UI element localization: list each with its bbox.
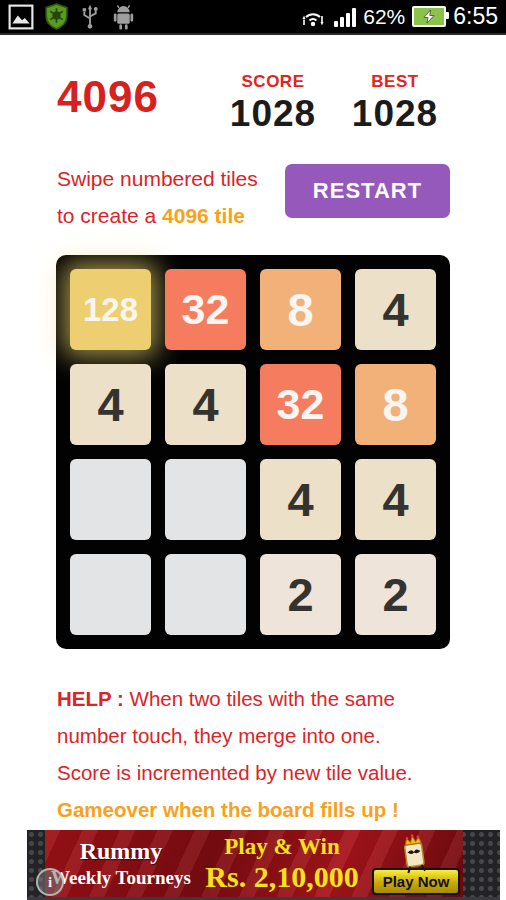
ad-brand-line2: Weekly Tourneys <box>45 868 197 889</box>
goal-tile-text: 4096 tile <box>162 204 245 227</box>
tile-8-r1c3: 8 <box>260 269 341 350</box>
help-line4: Gameover when the board fills up ! <box>57 791 457 828</box>
ad-info-icon[interactable]: i <box>36 868 64 896</box>
usb-icon <box>79 3 101 30</box>
antivirus-shield-icon <box>44 3 69 30</box>
ad-offer-line1: Play & Win <box>197 835 367 859</box>
tile-4-r2c2: 4 <box>165 364 246 445</box>
tile-8-r2c4: 8 <box>355 364 436 445</box>
ad-offer-line2: Rs. 2,10,000 <box>197 861 367 893</box>
tile-128-r1c1: 128 <box>70 269 151 350</box>
help-line2: number touch, they merge into one. <box>57 717 457 754</box>
status-bar: 62% 6:55 <box>0 0 506 35</box>
status-bar-left <box>8 3 136 30</box>
signal-strength-icon <box>334 7 356 27</box>
ad-brand-line1: Rummy <box>45 838 197 864</box>
tile-2-r4c3: 2 <box>260 554 341 635</box>
wifi-data-icon <box>299 5 327 29</box>
empty-cell-r4c2 <box>165 554 246 635</box>
ad-brand: Rummy Weekly Tourneys <box>45 838 197 889</box>
instruction-text: Swipe numbered tiles to create a 4096 ti… <box>57 160 258 234</box>
empty-cell-r3c2 <box>165 459 246 540</box>
app-title: 4096 <box>57 72 159 122</box>
best-box: BEST 1028 <box>340 72 450 135</box>
tile-32-r2c3: 32 <box>260 364 341 445</box>
game-board[interactable]: 1283284443284422 <box>56 255 450 649</box>
score-box: SCORE 1028 <box>218 72 328 135</box>
tile-4-r3c3: 4 <box>260 459 341 540</box>
tile-4-r2c1: 4 <box>70 364 151 445</box>
battery-percent: 62% <box>363 6 405 27</box>
best-value: 1028 <box>340 93 450 135</box>
clock: 6:55 <box>453 5 498 28</box>
empty-cell-r4c1 <box>70 554 151 635</box>
help-line1: HELP : When two tiles with the same <box>57 680 457 717</box>
empty-cell-r3c1 <box>70 459 151 540</box>
tile-4-r1c4: 4 <box>355 269 436 350</box>
restart-button[interactable]: RESTART <box>285 164 450 218</box>
tile-4-r3c4: 4 <box>355 459 436 540</box>
score-label: SCORE <box>218 72 328 92</box>
instruction-line2: to create a 4096 tile <box>57 197 258 234</box>
tile-2-r4c4: 2 <box>355 554 436 635</box>
ad-creative[interactable]: Rummy Weekly Tourneys Play & Win Rs. 2,1… <box>45 830 463 897</box>
status-bar-right: 62% 6:55 <box>299 5 498 29</box>
help-line3: Score is incremented by new tile value. <box>57 754 457 791</box>
ad-cta-column: Play Now <box>371 830 461 897</box>
help-text: HELP : When two tiles with the same numb… <box>57 680 457 828</box>
best-label: BEST <box>340 72 450 92</box>
score-value: 1028 <box>218 93 328 135</box>
battery-charging-icon <box>412 6 446 27</box>
gallery-icon <box>8 4 34 30</box>
ad-offer: Play & Win Rs. 2,10,000 <box>197 835 367 893</box>
screen: 62% 6:55 4096 SCORE 1028 BEST 1028 Swipe… <box>0 0 506 900</box>
android-icon <box>111 3 136 30</box>
rummy-mascot-icon <box>395 832 433 874</box>
instruction-line1: Swipe numbered tiles <box>57 160 258 197</box>
ad-banner[interactable]: Rummy Weekly Tourneys Play & Win Rs. 2,1… <box>27 830 500 900</box>
tile-32-r1c2: 32 <box>165 269 246 350</box>
